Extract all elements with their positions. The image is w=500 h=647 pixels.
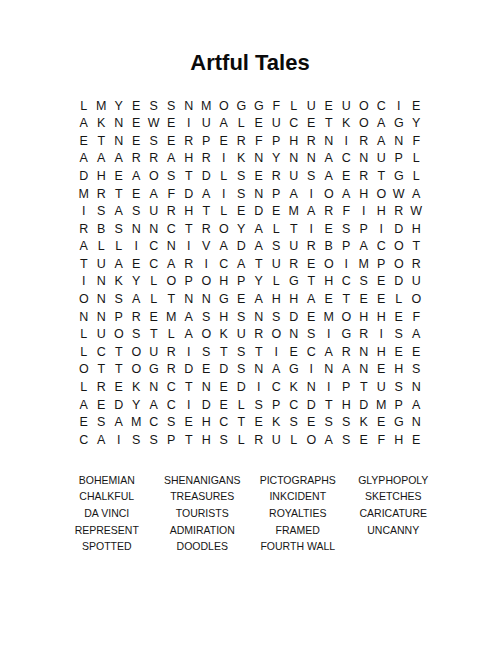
grid-cell: R: [163, 361, 181, 379]
grid-cell: D: [215, 361, 233, 379]
grid-cell: S: [338, 431, 356, 449]
grid-cell: S: [128, 431, 146, 449]
grid-cell: U: [268, 115, 286, 133]
grid-cell: A: [145, 396, 163, 414]
grid-cell: H: [285, 291, 303, 309]
grid-cell: P: [338, 379, 356, 397]
grid-cell: I: [338, 255, 356, 273]
grid-cell: U: [93, 255, 111, 273]
grid-cell: A: [320, 150, 338, 168]
grid-cell: E: [75, 132, 93, 150]
grid-cell: E: [128, 255, 146, 273]
grid-cell: G: [390, 167, 408, 185]
grid-cell: S: [163, 167, 181, 185]
grid-cell: S: [268, 308, 286, 326]
grid-cell: E: [320, 291, 338, 309]
grid-cell: O: [215, 220, 233, 238]
grid-cell: I: [180, 115, 198, 133]
grid-cell: T: [180, 379, 198, 397]
grid-cell: R: [180, 132, 198, 150]
grid-cell: G: [250, 97, 268, 115]
grid-cell: A: [355, 238, 373, 256]
word-list-item: SKETCHES: [346, 488, 442, 505]
grid-cell: E: [250, 115, 268, 133]
grid-cell: N: [320, 132, 338, 150]
grid-cell: E: [355, 291, 373, 309]
grid-cell: G: [215, 291, 233, 309]
word-list-item: CHALKFUL: [59, 488, 155, 505]
grid-cell: Y: [233, 220, 251, 238]
grid-cell: U: [268, 431, 286, 449]
grid-cell: T: [303, 273, 321, 291]
grid-cell: N: [128, 220, 146, 238]
grid-cell: R: [145, 150, 163, 168]
grid-cell: S: [145, 431, 163, 449]
grid-cell: O: [75, 361, 93, 379]
grid-cell: C: [268, 379, 286, 397]
grid-cell: R: [408, 255, 426, 273]
grid-cell: N: [110, 115, 128, 133]
grid-cell: S: [233, 308, 251, 326]
grid-cell: R: [338, 343, 356, 361]
grid-cell: T: [110, 361, 128, 379]
word-list-item: DA VINCI: [59, 505, 155, 522]
grid-cell: A: [110, 414, 128, 432]
grid-cell: I: [303, 220, 321, 238]
grid-cell: T: [93, 361, 111, 379]
grid-cell: S: [250, 396, 268, 414]
grid-cell: E: [145, 308, 163, 326]
grid-cell: U: [373, 150, 391, 168]
grid-cell: T: [250, 255, 268, 273]
grid-cell: H: [180, 203, 198, 221]
grid-cell: K: [355, 414, 373, 432]
grid-cell: H: [198, 431, 216, 449]
grid-cell: S: [233, 185, 251, 203]
grid-cell: P: [180, 273, 198, 291]
grid-cell: N: [250, 185, 268, 203]
grid-cell: H: [390, 431, 408, 449]
grid-cell: M: [163, 308, 181, 326]
grid-cell: S: [285, 414, 303, 432]
grid-cell: L: [215, 167, 233, 185]
grid-cell: D: [303, 396, 321, 414]
grid-cell: A: [303, 203, 321, 221]
grid-cell: H: [285, 132, 303, 150]
grid-cell: E: [180, 414, 198, 432]
grid-cell: A: [233, 255, 251, 273]
grid-cell: U: [285, 167, 303, 185]
grid-cell: S: [110, 220, 128, 238]
grid-cell: E: [303, 115, 321, 133]
grid-cell: D: [198, 396, 216, 414]
grid-cell: E: [390, 308, 408, 326]
grid-cell: S: [233, 167, 251, 185]
grid-cell: S: [408, 361, 426, 379]
grid-cell: N: [320, 361, 338, 379]
grid-cell: O: [198, 326, 216, 344]
grid-cell: E: [285, 343, 303, 361]
grid-cell: Y: [408, 115, 426, 133]
grid-cell: T: [180, 220, 198, 238]
word-list-item: TREASURES: [155, 488, 251, 505]
grid-cell: E: [355, 431, 373, 449]
grid-cell: L: [75, 379, 93, 397]
grid-cell: C: [338, 273, 356, 291]
grid-cell: D: [233, 238, 251, 256]
grid-cell: G: [145, 361, 163, 379]
grid-cell: E: [320, 220, 338, 238]
grid-cell: F: [373, 431, 391, 449]
word-list-item: BOHEMIAN: [59, 472, 155, 489]
grid-cell: S: [338, 220, 356, 238]
grid-cell: K: [285, 379, 303, 397]
grid-cell: R: [268, 167, 286, 185]
grid-cell: F: [408, 308, 426, 326]
grid-cell: N: [355, 343, 373, 361]
grid-cell: L: [285, 431, 303, 449]
grid-cell: E: [373, 361, 391, 379]
word-list-item: SHENANIGANS: [155, 472, 251, 489]
grid-cell: R: [128, 150, 146, 168]
grid-cell: E: [408, 97, 426, 115]
grid-cell: S: [355, 273, 373, 291]
grid-cell: T: [163, 291, 181, 309]
grid-cell: R: [250, 431, 268, 449]
grid-cell: O: [390, 255, 408, 273]
grid-cell: R: [93, 185, 111, 203]
grid-cell: S: [233, 343, 251, 361]
grid-cell: E: [163, 132, 181, 150]
grid-cell: C: [373, 97, 391, 115]
word-list-item: FOURTH WALL: [250, 538, 346, 555]
grid-cell: H: [373, 308, 391, 326]
grid-cell: E: [408, 431, 426, 449]
grid-cell: R: [93, 379, 111, 397]
grid-cell: R: [303, 238, 321, 256]
grid-cell: F: [338, 203, 356, 221]
grid-cell: U: [233, 326, 251, 344]
grid-cell: M: [373, 396, 391, 414]
grid-cell: M: [128, 414, 146, 432]
grid-cell: R: [303, 132, 321, 150]
grid-cell: O: [303, 431, 321, 449]
grid-cell: A: [373, 115, 391, 133]
grid-cell: K: [110, 273, 128, 291]
grid-cell: I: [110, 431, 128, 449]
grid-cell: P: [110, 308, 128, 326]
grid-cell: E: [110, 167, 128, 185]
grid-cell: S: [198, 308, 216, 326]
grid-cell: O: [128, 361, 146, 379]
grid-cell: R: [250, 326, 268, 344]
grid-cell: H: [93, 167, 111, 185]
grid-cell: I: [75, 203, 93, 221]
grid-cell: K: [268, 414, 286, 432]
grid-cell: U: [198, 115, 216, 133]
grid-cell: S: [390, 379, 408, 397]
word-list-item: GLYPHOPOLY: [346, 472, 442, 489]
grid-cell: K: [233, 150, 251, 168]
grid-cell: N: [355, 361, 373, 379]
grid-cell: O: [338, 308, 356, 326]
grid-cell: E: [373, 414, 391, 432]
grid-cell: I: [198, 255, 216, 273]
grid-cell: S: [145, 97, 163, 115]
grid-cell: H: [320, 273, 338, 291]
grid-cell: C: [145, 255, 163, 273]
word-list-item: ROYALTIES: [250, 505, 346, 522]
grid-cell: C: [303, 343, 321, 361]
grid-cell: O: [110, 326, 128, 344]
grid-cell: A: [250, 220, 268, 238]
grid-cell: I: [338, 132, 356, 150]
grid-cell: N: [180, 291, 198, 309]
grid-cell: N: [303, 150, 321, 168]
grid-cell: T: [198, 203, 216, 221]
grid-cell: C: [145, 238, 163, 256]
grid-cell: B: [93, 220, 111, 238]
grid-cell: U: [408, 273, 426, 291]
grid-cell: C: [285, 396, 303, 414]
grid-cell: S: [110, 291, 128, 309]
grid-cell: A: [93, 431, 111, 449]
grid-cell: A: [128, 291, 146, 309]
grid-cell: H: [373, 203, 391, 221]
grid-cell: A: [110, 255, 128, 273]
grid-cell: R: [285, 255, 303, 273]
grid-cell: D: [355, 396, 373, 414]
grid-cell: T: [320, 115, 338, 133]
grid-cell: P: [355, 220, 373, 238]
grid-cell: N: [285, 150, 303, 168]
grid-cell: A: [93, 150, 111, 168]
grid-cell: N: [180, 97, 198, 115]
grid-cell: S: [320, 414, 338, 432]
grid-cell: Y: [250, 273, 268, 291]
grid-cell: E: [163, 115, 181, 133]
grid-cell: W: [390, 185, 408, 203]
grid-cell: S: [163, 414, 181, 432]
grid-cell: L: [285, 97, 303, 115]
grid-cell: F: [268, 97, 286, 115]
grid-cell: A: [320, 431, 338, 449]
grid-cell: N: [250, 308, 268, 326]
grid-cell: T: [110, 185, 128, 203]
grid-cell: L: [233, 396, 251, 414]
grid-cell: C: [163, 396, 181, 414]
grid-cell: F: [250, 132, 268, 150]
grid-cell: E: [93, 396, 111, 414]
grid-cell: H: [390, 361, 408, 379]
grid-cell: T: [215, 343, 233, 361]
grid-cell: L: [408, 167, 426, 185]
grid-cell: I: [268, 343, 286, 361]
grid-cell: S: [93, 414, 111, 432]
word-list-item: INKCIDENT: [250, 488, 346, 505]
grid-cell: D: [180, 361, 198, 379]
grid-cell: G: [338, 326, 356, 344]
grid-cell: R: [233, 132, 251, 150]
grid-cell: U: [338, 97, 356, 115]
grid-cell: I: [303, 185, 321, 203]
grid-cell: T: [285, 220, 303, 238]
grid-cell: L: [145, 273, 163, 291]
grid-cell: I: [373, 326, 391, 344]
grid-cell: H: [215, 308, 233, 326]
grid-cell: S: [145, 132, 163, 150]
grid-cell: P: [268, 132, 286, 150]
grid-cell: H: [215, 273, 233, 291]
grid-cell: O: [128, 343, 146, 361]
grid-cell: O: [268, 326, 286, 344]
grid-cell: H: [355, 308, 373, 326]
grid-cell: A: [110, 150, 128, 168]
grid-cell: T: [180, 167, 198, 185]
grid-cell: L: [75, 343, 93, 361]
grid-cell: K: [128, 379, 146, 397]
grid-cell: U: [373, 379, 391, 397]
grid-cell: A: [75, 396, 93, 414]
grid-cell: N: [145, 379, 163, 397]
grid-cell: T: [93, 132, 111, 150]
grid-cell: U: [145, 203, 163, 221]
grid-cell: N: [198, 379, 216, 397]
grid-cell: O: [163, 273, 181, 291]
grid-cell: E: [233, 291, 251, 309]
grid-cell: S: [128, 326, 146, 344]
grid-cell: I: [215, 150, 233, 168]
grid-cell: K: [215, 326, 233, 344]
grid-cell: C: [215, 255, 233, 273]
grid-cell: I: [180, 343, 198, 361]
grid-cell: N: [163, 238, 181, 256]
grid-cell: R: [180, 255, 198, 273]
grid-cell: A: [75, 150, 93, 168]
grid-cell: N: [93, 308, 111, 326]
grid-cell: E: [250, 414, 268, 432]
grid-cell: I: [180, 396, 198, 414]
grid-cell: S: [303, 326, 321, 344]
grid-cell: M: [355, 255, 373, 273]
grid-cell: M: [75, 185, 93, 203]
grid-cell: A: [198, 185, 216, 203]
grid-cell: C: [373, 238, 391, 256]
grid-cell: L: [163, 326, 181, 344]
word-list-item: SPOTTED: [59, 538, 155, 555]
grid-cell: T: [320, 396, 338, 414]
grid-cell: T: [373, 167, 391, 185]
word-list-item: DOODLES: [155, 538, 251, 555]
grid-cell: F: [163, 185, 181, 203]
grid-cell: A: [215, 238, 233, 256]
grid-cell: P: [198, 132, 216, 150]
grid-cell: T: [338, 291, 356, 309]
grid-cell: U: [145, 343, 163, 361]
grid-cell: O: [408, 291, 426, 309]
grid-cell: A: [250, 238, 268, 256]
grid-cell: R: [355, 167, 373, 185]
grid-cell: Y: [110, 97, 128, 115]
grid-cell: G: [390, 115, 408, 133]
grid-cell: I: [215, 185, 233, 203]
word-list-item: REPRESENT: [59, 522, 155, 539]
grid-cell: I: [303, 361, 321, 379]
grid-cell: A: [408, 326, 426, 344]
grid-cell: A: [110, 203, 128, 221]
grid-cell: T: [408, 238, 426, 256]
grid-cell: A: [268, 361, 286, 379]
grid-cell: S: [198, 343, 216, 361]
grid-cell: N: [303, 379, 321, 397]
grid-cell: A: [250, 291, 268, 309]
grid-cell: I: [128, 238, 146, 256]
grid-cell: C: [145, 414, 163, 432]
grid-cell: O: [145, 167, 163, 185]
grid-cell: A: [338, 361, 356, 379]
word-list-item: TOURISTS: [155, 505, 251, 522]
grid-cell: E: [128, 97, 146, 115]
grid-cell: T: [75, 255, 93, 273]
grid-cell: O: [373, 185, 391, 203]
grid-cell: P: [390, 150, 408, 168]
grid-cell: W: [145, 115, 163, 133]
grid-cell: C: [338, 150, 356, 168]
grid-cell: L: [215, 203, 233, 221]
grid-cell: D: [285, 308, 303, 326]
word-list-item: PICTOGRAPHS: [250, 472, 346, 489]
grid-cell: N: [75, 308, 93, 326]
grid-cell: E: [110, 379, 128, 397]
grid-cell: O: [355, 115, 373, 133]
grid-cell: C: [285, 115, 303, 133]
grid-cell: D: [390, 273, 408, 291]
grid-cell: A: [75, 238, 93, 256]
grid-cell: D: [390, 220, 408, 238]
grid-cell: I: [390, 97, 408, 115]
grid-cell: T: [250, 343, 268, 361]
grid-cell: L: [390, 291, 408, 309]
grid-cell: I: [355, 203, 373, 221]
grid-cell: E: [373, 273, 391, 291]
grid-cell: R: [355, 326, 373, 344]
grid-cell: O: [390, 238, 408, 256]
grid-cell: I: [180, 238, 198, 256]
grid-cell: O: [215, 97, 233, 115]
puzzle-page: Artful Tales LMYESSNMOGGFLUEUOCIEAKNEWEI…: [0, 0, 500, 647]
grid-cell: L: [145, 291, 163, 309]
grid-cell: C: [215, 414, 233, 432]
grid-cell: A: [320, 343, 338, 361]
grid-cell: G: [285, 361, 303, 379]
grid-cell: D: [233, 379, 251, 397]
word-list-item: CARICATURE: [346, 505, 442, 522]
word-list-item: UNCANNY: [346, 522, 442, 539]
grid-cell: C: [93, 343, 111, 361]
grid-cell: T: [355, 379, 373, 397]
grid-cell: P: [268, 396, 286, 414]
grid-cell: E: [215, 132, 233, 150]
grid-cell: I: [373, 220, 391, 238]
grid-cell: E: [75, 414, 93, 432]
grid-cell: I: [250, 379, 268, 397]
grid-cell: S: [338, 414, 356, 432]
grid-cell: N: [408, 414, 426, 432]
grid-cell: C: [163, 379, 181, 397]
grid-cell: R: [355, 132, 373, 150]
grid-cell: S: [128, 203, 146, 221]
grid-cell: O: [198, 273, 216, 291]
